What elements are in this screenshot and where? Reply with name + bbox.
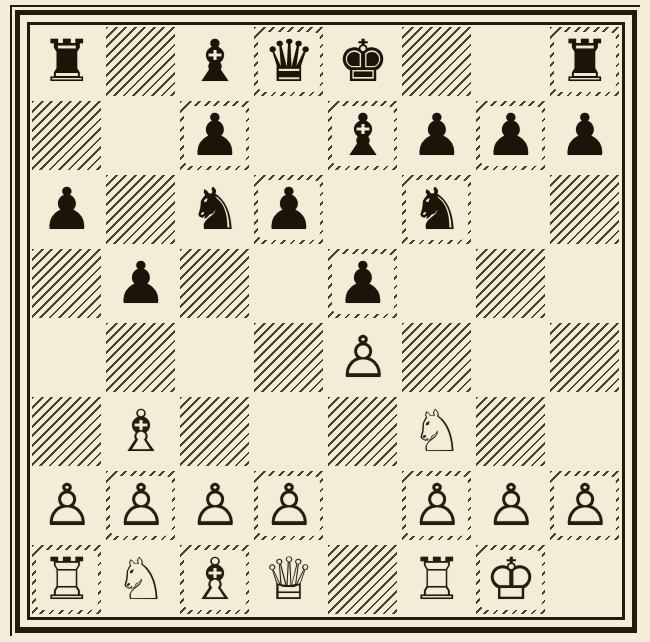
square-d4[interactable] — [252, 321, 326, 395]
square-c7[interactable]: ♟ — [178, 99, 252, 173]
square-a1[interactable]: ♖ — [30, 543, 104, 617]
square-g5[interactable] — [474, 247, 548, 321]
square-g8[interactable] — [474, 25, 548, 99]
square-c2[interactable]: ♙ — [178, 469, 252, 543]
square-g7[interactable]: ♟ — [474, 99, 548, 173]
black-pawn: ♟ — [332, 254, 394, 313]
white-pawn: ♙ — [258, 476, 320, 535]
white-pawn: ♙ — [554, 476, 616, 535]
square-b6[interactable] — [104, 173, 178, 247]
square-f8[interactable] — [400, 25, 474, 99]
white-pawn: ♙ — [184, 476, 246, 535]
square-b7[interactable] — [104, 99, 178, 173]
black-rook: ♜ — [554, 32, 616, 91]
black-pawn: ♟ — [480, 106, 542, 165]
white-bishop: ♗ — [184, 550, 246, 609]
diagram-outer-rule: ♜♝♛♚♜♟♝♟♟♟♟♞♟♞♟♟♙♗♘♙♙♙♙♙♙♙♖♘♗♕♖♔ — [10, 5, 640, 636]
square-f7[interactable]: ♟ — [400, 99, 474, 173]
square-f2[interactable]: ♙ — [400, 469, 474, 543]
square-c4[interactable] — [178, 321, 252, 395]
square-a2[interactable]: ♙ — [30, 469, 104, 543]
square-b3[interactable]: ♗ — [104, 395, 178, 469]
white-pawn: ♙ — [480, 476, 542, 535]
square-c5[interactable] — [178, 247, 252, 321]
square-e7[interactable]: ♝ — [326, 99, 400, 173]
square-h4[interactable] — [548, 321, 622, 395]
white-rook: ♖ — [406, 550, 468, 609]
square-e1[interactable] — [326, 543, 400, 617]
black-bishop: ♝ — [332, 106, 394, 165]
black-knight: ♞ — [184, 180, 246, 239]
square-a7[interactable] — [30, 99, 104, 173]
square-f5[interactable] — [400, 247, 474, 321]
square-e3[interactable] — [326, 395, 400, 469]
white-pawn: ♙ — [332, 328, 394, 387]
square-b4[interactable] — [104, 321, 178, 395]
square-h3[interactable] — [548, 395, 622, 469]
square-h6[interactable] — [548, 173, 622, 247]
square-d5[interactable] — [252, 247, 326, 321]
black-rook: ♜ — [36, 32, 98, 91]
white-pawn: ♙ — [110, 476, 172, 535]
square-h2[interactable]: ♙ — [548, 469, 622, 543]
black-pawn: ♟ — [110, 254, 172, 313]
square-f6[interactable]: ♞ — [400, 173, 474, 247]
diagram-frame: ♜♝♛♚♜♟♝♟♟♟♟♞♟♞♟♟♙♗♘♙♙♙♙♙♙♙♖♘♗♕♖♔ — [15, 10, 637, 633]
black-pawn: ♟ — [554, 106, 616, 165]
square-c3[interactable] — [178, 395, 252, 469]
square-g6[interactable] — [474, 173, 548, 247]
white-pawn: ♙ — [36, 476, 98, 535]
square-g1[interactable]: ♔ — [474, 543, 548, 617]
square-c1[interactable]: ♗ — [178, 543, 252, 617]
square-d8[interactable]: ♛ — [252, 25, 326, 99]
square-h8[interactable]: ♜ — [548, 25, 622, 99]
square-g2[interactable]: ♙ — [474, 469, 548, 543]
square-g4[interactable] — [474, 321, 548, 395]
white-bishop: ♗ — [110, 402, 172, 461]
square-a5[interactable] — [30, 247, 104, 321]
square-e8[interactable]: ♚ — [326, 25, 400, 99]
square-g3[interactable] — [474, 395, 548, 469]
square-f1[interactable]: ♖ — [400, 543, 474, 617]
square-a4[interactable] — [30, 321, 104, 395]
white-knight: ♘ — [110, 550, 172, 609]
black-pawn: ♟ — [36, 180, 98, 239]
square-b1[interactable]: ♘ — [104, 543, 178, 617]
square-e5[interactable]: ♟ — [326, 247, 400, 321]
black-pawn: ♟ — [258, 180, 320, 239]
white-knight: ♘ — [406, 402, 468, 461]
square-e6[interactable] — [326, 173, 400, 247]
square-b8[interactable] — [104, 25, 178, 99]
square-d2[interactable]: ♙ — [252, 469, 326, 543]
black-knight: ♞ — [406, 180, 468, 239]
square-h1[interactable] — [548, 543, 622, 617]
black-bishop: ♝ — [184, 32, 246, 91]
white-king: ♔ — [480, 550, 542, 609]
white-pawn: ♙ — [406, 476, 468, 535]
square-e4[interactable]: ♙ — [326, 321, 400, 395]
square-a3[interactable] — [30, 395, 104, 469]
square-a8[interactable]: ♜ — [30, 25, 104, 99]
square-f4[interactable] — [400, 321, 474, 395]
square-c6[interactable]: ♞ — [178, 173, 252, 247]
square-b2[interactable]: ♙ — [104, 469, 178, 543]
square-f3[interactable]: ♘ — [400, 395, 474, 469]
black-pawn: ♟ — [406, 106, 468, 165]
chess-board: ♜♝♛♚♜♟♝♟♟♟♟♞♟♞♟♟♙♗♘♙♙♙♙♙♙♙♖♘♗♕♖♔ — [27, 22, 625, 620]
square-h7[interactable]: ♟ — [548, 99, 622, 173]
square-h5[interactable] — [548, 247, 622, 321]
square-a6[interactable]: ♟ — [30, 173, 104, 247]
square-d7[interactable] — [252, 99, 326, 173]
white-rook: ♖ — [36, 550, 98, 609]
square-d3[interactable] — [252, 395, 326, 469]
square-d1[interactable]: ♕ — [252, 543, 326, 617]
black-king: ♚ — [332, 32, 394, 91]
square-e2[interactable] — [326, 469, 400, 543]
black-pawn: ♟ — [184, 106, 246, 165]
square-c8[interactable]: ♝ — [178, 25, 252, 99]
square-d6[interactable]: ♟ — [252, 173, 326, 247]
chess-diagram: ♜♝♛♚♜♟♝♟♟♟♟♞♟♞♟♟♙♗♘♙♙♙♙♙♙♙♖♘♗♕♖♔ — [10, 5, 640, 636]
square-b5[interactable]: ♟ — [104, 247, 178, 321]
black-queen: ♛ — [258, 32, 320, 91]
white-queen: ♕ — [258, 550, 320, 609]
